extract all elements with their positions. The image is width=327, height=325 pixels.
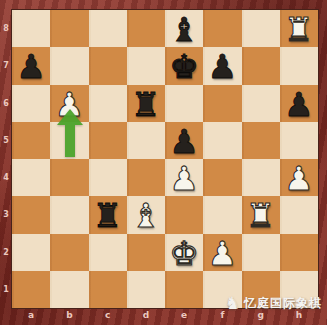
square-e4[interactable]: ♟ <box>165 159 203 196</box>
square-h4[interactable]: ♟ <box>280 159 318 196</box>
rank-label-2: 2 <box>0 234 12 271</box>
square-e1[interactable] <box>165 271 203 308</box>
square-h6[interactable]: ♟ <box>280 85 318 122</box>
square-b5[interactable] <box>50 122 88 159</box>
square-d4[interactable] <box>127 159 165 196</box>
square-a2[interactable] <box>12 234 50 271</box>
file-label-e: e <box>165 307 203 323</box>
square-e8[interactable]: ♝ <box>165 10 203 47</box>
square-a4[interactable] <box>12 159 50 196</box>
square-d3[interactable]: ♝ <box>127 196 165 233</box>
square-b3[interactable] <box>50 196 88 233</box>
square-e5[interactable]: ♟ <box>165 122 203 159</box>
square-d2[interactable] <box>127 234 165 271</box>
square-h2[interactable] <box>280 234 318 271</box>
piece-black-pawn[interactable]: ♟ <box>208 50 238 83</box>
piece-white-bishop[interactable]: ♝ <box>131 199 161 232</box>
square-f2[interactable]: ♟ <box>203 234 241 271</box>
square-a1[interactable] <box>12 271 50 308</box>
square-e2[interactable]: ♚ <box>165 234 203 271</box>
piece-black-bishop[interactable]: ♝ <box>169 13 199 46</box>
piece-black-pawn[interactable]: ♟ <box>169 125 199 158</box>
square-d8[interactable] <box>127 10 165 47</box>
file-label-b: b <box>50 307 88 323</box>
square-c5[interactable] <box>89 122 127 159</box>
rank-label-8: 8 <box>0 10 12 47</box>
piece-black-pawn[interactable]: ♟ <box>284 88 314 121</box>
square-h5[interactable] <box>280 122 318 159</box>
square-b2[interactable] <box>50 234 88 271</box>
rank-label-6: 6 <box>0 85 12 122</box>
piece-black-rook[interactable]: ♜ <box>131 88 161 121</box>
square-c7[interactable] <box>89 47 127 84</box>
square-g4[interactable] <box>242 159 280 196</box>
square-c2[interactable] <box>89 234 127 271</box>
piece-black-king[interactable]: ♚ <box>169 50 199 83</box>
square-g2[interactable] <box>242 234 280 271</box>
square-b4[interactable] <box>50 159 88 196</box>
square-a5[interactable] <box>12 122 50 159</box>
watermark-text: 忆庭国际象棋 <box>244 295 322 312</box>
chess-board: ♝♜♟♚♟♟♜♟♟♟♟♜♝♜♚♟ <box>12 10 318 308</box>
square-h7[interactable] <box>280 47 318 84</box>
watermark: ♞ 忆庭国际象棋 <box>225 295 322 312</box>
file-label-d: d <box>127 307 165 323</box>
square-b6[interactable]: ♟ <box>50 85 88 122</box>
piece-black-pawn[interactable]: ♟ <box>16 50 46 83</box>
piece-white-king[interactable]: ♚ <box>169 237 199 270</box>
piece-white-rook[interactable]: ♜ <box>246 199 276 232</box>
rank-label-4: 4 <box>0 159 12 196</box>
piece-white-rook[interactable]: ♜ <box>284 13 314 46</box>
square-d1[interactable] <box>127 271 165 308</box>
square-g7[interactable] <box>242 47 280 84</box>
square-c1[interactable] <box>89 271 127 308</box>
square-h8[interactable]: ♜ <box>280 10 318 47</box>
square-b7[interactable] <box>50 47 88 84</box>
rank-label-1: 1 <box>0 271 12 308</box>
square-d7[interactable] <box>127 47 165 84</box>
chess-board-frame: ♝♜♟♚♟♟♜♟♟♟♟♜♝♜♚♟ 87654321 abcdefgh ♞ 忆庭国… <box>0 0 327 325</box>
square-f5[interactable] <box>203 122 241 159</box>
piece-white-pawn[interactable]: ♟ <box>284 162 314 195</box>
knight-icon: ♞ <box>225 295 240 312</box>
square-a6[interactable] <box>12 85 50 122</box>
square-a7[interactable]: ♟ <box>12 47 50 84</box>
square-f6[interactable] <box>203 85 241 122</box>
square-g6[interactable] <box>242 85 280 122</box>
piece-white-pawn[interactable]: ♟ <box>169 162 199 195</box>
rank-label-3: 3 <box>0 196 12 233</box>
file-label-a: a <box>12 307 50 323</box>
piece-white-pawn[interactable]: ♟ <box>55 88 85 121</box>
square-d5[interactable] <box>127 122 165 159</box>
square-e3[interactable] <box>165 196 203 233</box>
square-c4[interactable] <box>89 159 127 196</box>
square-e7[interactable]: ♚ <box>165 47 203 84</box>
piece-white-pawn[interactable]: ♟ <box>208 237 238 270</box>
rank-label-5: 5 <box>0 122 12 159</box>
square-f4[interactable] <box>203 159 241 196</box>
square-c8[interactable] <box>89 10 127 47</box>
square-a3[interactable] <box>12 196 50 233</box>
square-g8[interactable] <box>242 10 280 47</box>
square-d6[interactable]: ♜ <box>127 85 165 122</box>
square-b1[interactable] <box>50 271 88 308</box>
piece-black-rook[interactable]: ♜ <box>93 199 123 232</box>
square-f8[interactable] <box>203 10 241 47</box>
square-f3[interactable] <box>203 196 241 233</box>
square-f7[interactable]: ♟ <box>203 47 241 84</box>
rank-labels: 87654321 <box>0 10 12 308</box>
square-c3[interactable]: ♜ <box>89 196 127 233</box>
square-c6[interactable] <box>89 85 127 122</box>
file-label-c: c <box>89 307 127 323</box>
square-b8[interactable] <box>50 10 88 47</box>
square-h3[interactable] <box>280 196 318 233</box>
rank-label-7: 7 <box>0 47 12 84</box>
square-a8[interactable] <box>12 10 50 47</box>
square-g3[interactable]: ♜ <box>242 196 280 233</box>
square-g5[interactable] <box>242 122 280 159</box>
square-e6[interactable] <box>165 85 203 122</box>
